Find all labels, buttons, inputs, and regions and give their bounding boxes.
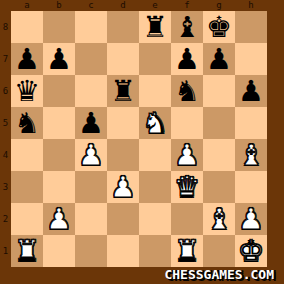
square-c7 [75, 43, 107, 75]
square-f7: ♟ [171, 43, 203, 75]
square-h8 [235, 11, 267, 43]
square-e8: ♜ [139, 11, 171, 43]
file-labels: abcdefgh [11, 0, 267, 11]
square-f5 [171, 107, 203, 139]
site-watermark: CHESSGAMES.COM [164, 267, 274, 282]
black-rook-e8: ♜ [142, 11, 168, 43]
square-a4 [11, 139, 43, 171]
square-d6: ♜ [107, 75, 139, 107]
square-h2: ♟ [235, 203, 267, 235]
square-e3 [139, 171, 171, 203]
square-b1 [43, 235, 75, 267]
white-bishop-h4: ♝ [238, 139, 264, 171]
square-b4 [43, 139, 75, 171]
square-e4 [139, 139, 171, 171]
square-b8 [43, 11, 75, 43]
white-pawn-f4: ♟ [174, 139, 200, 171]
square-g5 [203, 107, 235, 139]
square-d3: ♟ [107, 171, 139, 203]
square-d2 [107, 203, 139, 235]
square-c5: ♟ [75, 107, 107, 139]
white-pawn-d3: ♟ [110, 171, 136, 203]
square-g2: ♝ [203, 203, 235, 235]
square-e1 [139, 235, 171, 267]
square-d5 [107, 107, 139, 139]
file-label-c: c [75, 0, 107, 11]
square-d8 [107, 11, 139, 43]
square-f6: ♞ [171, 75, 203, 107]
black-pawn-f7: ♟ [174, 43, 200, 75]
square-a1: ♜ [11, 235, 43, 267]
rank-label-8: 8 [0, 11, 11, 43]
square-a7: ♟ [11, 43, 43, 75]
square-g1 [203, 235, 235, 267]
file-label-h: h [235, 0, 267, 11]
file-label-f: f [171, 0, 203, 11]
square-h6: ♟ [235, 75, 267, 107]
rank-label-7: 7 [0, 43, 11, 75]
square-h1: ♚ [235, 235, 267, 267]
rank-label-3: 3 [0, 171, 11, 203]
file-label-a: a [11, 0, 43, 11]
square-e7 [139, 43, 171, 75]
square-c4: ♟ [75, 139, 107, 171]
black-rook-d6: ♜ [110, 75, 136, 107]
square-h4: ♝ [235, 139, 267, 171]
square-g7: ♟ [203, 43, 235, 75]
black-pawn-h6: ♟ [238, 75, 264, 107]
square-a2 [11, 203, 43, 235]
square-e5: ♞ [139, 107, 171, 139]
square-g3 [203, 171, 235, 203]
rank-labels: 87654321 [0, 11, 11, 267]
square-h7 [235, 43, 267, 75]
black-queen-a6: ♛ [14, 75, 40, 107]
square-e2 [139, 203, 171, 235]
square-b7: ♟ [43, 43, 75, 75]
square-b2: ♟ [43, 203, 75, 235]
square-c8 [75, 11, 107, 43]
white-king-h1: ♚ [238, 235, 264, 267]
white-queen-f3: ♛ [174, 171, 200, 203]
square-d1 [107, 235, 139, 267]
black-knight-f6: ♞ [174, 75, 200, 107]
white-pawn-h2: ♟ [238, 203, 264, 235]
square-g8: ♚ [203, 11, 235, 43]
black-pawn-b7: ♟ [46, 43, 72, 75]
white-rook-f1: ♜ [174, 235, 200, 267]
square-d4 [107, 139, 139, 171]
square-f3: ♛ [171, 171, 203, 203]
file-label-g: g [203, 0, 235, 11]
square-b6 [43, 75, 75, 107]
rank-label-6: 6 [0, 75, 11, 107]
white-rook-a1: ♜ [14, 235, 40, 267]
square-b3 [43, 171, 75, 203]
file-label-e: e [139, 0, 171, 11]
square-f1: ♜ [171, 235, 203, 267]
black-knight-a5: ♞ [14, 107, 40, 139]
rank-label-2: 2 [0, 203, 11, 235]
square-c6 [75, 75, 107, 107]
square-g4 [203, 139, 235, 171]
square-f4: ♟ [171, 139, 203, 171]
square-b5 [43, 107, 75, 139]
square-a5: ♞ [11, 107, 43, 139]
square-d7 [107, 43, 139, 75]
square-f8: ♝ [171, 11, 203, 43]
chess-board: ♜♝♚♟♟♟♟♛♜♞♟♞♟♞♟♟♝♟♛♟♝♟♜♜♚ [11, 11, 267, 267]
chessboard-frame: abcdefgh 87654321 ♜♝♚♟♟♟♟♛♜♞♟♞♟♞♟♟♝♟♛♟♝♟… [0, 0, 284, 284]
square-h3 [235, 171, 267, 203]
square-c2 [75, 203, 107, 235]
white-pawn-b2: ♟ [46, 203, 72, 235]
file-label-b: b [43, 0, 75, 11]
square-e6 [139, 75, 171, 107]
black-king-g8: ♚ [206, 11, 232, 43]
square-a6: ♛ [11, 75, 43, 107]
rank-label-4: 4 [0, 139, 11, 171]
square-h5 [235, 107, 267, 139]
square-f2 [171, 203, 203, 235]
white-knight-e5: ♞ [142, 107, 168, 139]
white-pawn-c4: ♟ [78, 139, 104, 171]
square-c1 [75, 235, 107, 267]
rank-label-5: 5 [0, 107, 11, 139]
square-a8 [11, 11, 43, 43]
black-pawn-g7: ♟ [206, 43, 232, 75]
square-c3 [75, 171, 107, 203]
black-bishop-f8: ♝ [174, 11, 200, 43]
square-g6 [203, 75, 235, 107]
rank-label-1: 1 [0, 235, 11, 267]
square-a3 [11, 171, 43, 203]
black-pawn-a7: ♟ [14, 43, 40, 75]
white-bishop-g2: ♝ [206, 203, 232, 235]
file-label-d: d [107, 0, 139, 11]
black-pawn-c5: ♟ [78, 107, 104, 139]
